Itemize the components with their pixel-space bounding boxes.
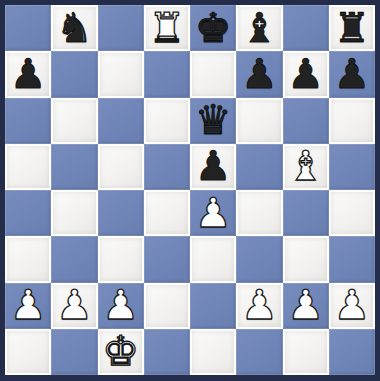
square-g7[interactable]: ♟ bbox=[283, 51, 329, 97]
square-h7[interactable]: ♟ bbox=[329, 51, 375, 97]
square-e8[interactable]: ♚ bbox=[190, 5, 236, 51]
piece-white-pawn[interactable]: ♟ bbox=[283, 283, 329, 329]
square-f2[interactable]: ♟ bbox=[236, 283, 282, 329]
square-f6[interactable] bbox=[236, 98, 282, 144]
square-a7[interactable]: ♟ bbox=[5, 51, 51, 97]
square-f4[interactable] bbox=[236, 190, 282, 236]
square-a5[interactable] bbox=[5, 144, 51, 190]
square-d8[interactable]: ♜ bbox=[144, 5, 190, 51]
square-h6[interactable] bbox=[329, 98, 375, 144]
square-c3[interactable] bbox=[98, 236, 144, 282]
square-b3[interactable] bbox=[51, 236, 97, 282]
square-a4[interactable] bbox=[5, 190, 51, 236]
square-e2[interactable] bbox=[190, 283, 236, 329]
square-h8[interactable]: ♜ bbox=[329, 5, 375, 51]
square-d7[interactable] bbox=[144, 51, 190, 97]
square-c7[interactable] bbox=[98, 51, 144, 97]
square-b8[interactable]: ♞ bbox=[51, 5, 97, 51]
square-a3[interactable] bbox=[5, 236, 51, 282]
square-c5[interactable] bbox=[98, 144, 144, 190]
piece-white-pawn[interactable]: ♟ bbox=[236, 283, 282, 329]
piece-black-pawn[interactable]: ♟ bbox=[5, 51, 51, 97]
square-b2[interactable]: ♟ bbox=[51, 283, 97, 329]
square-g3[interactable] bbox=[283, 236, 329, 282]
square-e6[interactable]: ♛ bbox=[190, 98, 236, 144]
square-d2[interactable] bbox=[144, 283, 190, 329]
square-b7[interactable] bbox=[51, 51, 97, 97]
square-c6[interactable] bbox=[98, 98, 144, 144]
square-h1[interactable] bbox=[329, 329, 375, 375]
piece-white-pawn[interactable]: ♟ bbox=[98, 283, 144, 329]
square-a2[interactable]: ♟ bbox=[5, 283, 51, 329]
square-e7[interactable] bbox=[190, 51, 236, 97]
square-h3[interactable] bbox=[329, 236, 375, 282]
square-e4[interactable]: ♟ bbox=[190, 190, 236, 236]
piece-white-bishop[interactable]: ♝ bbox=[283, 144, 329, 190]
square-f5[interactable] bbox=[236, 144, 282, 190]
square-e5[interactable]: ♟ bbox=[190, 144, 236, 190]
square-h4[interactable] bbox=[329, 190, 375, 236]
chess-board: ♞♜♚♝♜♟♟♟♟♛♟♝♟♟♟♟♟♟♟♚ bbox=[5, 5, 375, 375]
square-b6[interactable] bbox=[51, 98, 97, 144]
square-f1[interactable] bbox=[236, 329, 282, 375]
piece-black-rook[interactable]: ♜ bbox=[329, 5, 375, 51]
square-b1[interactable] bbox=[51, 329, 97, 375]
square-a8[interactable] bbox=[5, 5, 51, 51]
square-b4[interactable] bbox=[51, 190, 97, 236]
square-g1[interactable] bbox=[283, 329, 329, 375]
square-d3[interactable] bbox=[144, 236, 190, 282]
square-f8[interactable]: ♝ bbox=[236, 5, 282, 51]
piece-white-pawn[interactable]: ♟ bbox=[5, 283, 51, 329]
square-b5[interactable] bbox=[51, 144, 97, 190]
square-g6[interactable] bbox=[283, 98, 329, 144]
square-d4[interactable] bbox=[144, 190, 190, 236]
square-f3[interactable] bbox=[236, 236, 282, 282]
square-e3[interactable] bbox=[190, 236, 236, 282]
square-h2[interactable]: ♟ bbox=[329, 283, 375, 329]
square-g8[interactable] bbox=[283, 5, 329, 51]
square-c2[interactable]: ♟ bbox=[98, 283, 144, 329]
piece-black-pawn[interactable]: ♟ bbox=[329, 51, 375, 97]
piece-white-king[interactable]: ♚ bbox=[98, 329, 144, 375]
square-d1[interactable] bbox=[144, 329, 190, 375]
chess-board-frame: ♞♜♚♝♜♟♟♟♟♛♟♝♟♟♟♟♟♟♟♚ bbox=[0, 0, 380, 381]
square-g5[interactable]: ♝ bbox=[283, 144, 329, 190]
square-c1[interactable]: ♚ bbox=[98, 329, 144, 375]
piece-black-king[interactable]: ♚ bbox=[190, 5, 236, 51]
square-a6[interactable] bbox=[5, 98, 51, 144]
piece-black-pawn[interactable]: ♟ bbox=[190, 144, 236, 190]
piece-black-knight[interactable]: ♞ bbox=[51, 5, 97, 51]
piece-white-rook[interactable]: ♜ bbox=[144, 5, 190, 51]
square-a1[interactable] bbox=[5, 329, 51, 375]
piece-white-pawn[interactable]: ♟ bbox=[51, 283, 97, 329]
piece-white-pawn[interactable]: ♟ bbox=[329, 283, 375, 329]
square-g4[interactable] bbox=[283, 190, 329, 236]
piece-white-pawn[interactable]: ♟ bbox=[190, 190, 236, 236]
square-h5[interactable] bbox=[329, 144, 375, 190]
square-f7[interactable]: ♟ bbox=[236, 51, 282, 97]
piece-black-queen[interactable]: ♛ bbox=[190, 98, 236, 144]
square-d6[interactable] bbox=[144, 98, 190, 144]
piece-black-pawn[interactable]: ♟ bbox=[283, 51, 329, 97]
square-c8[interactable] bbox=[98, 5, 144, 51]
piece-black-pawn[interactable]: ♟ bbox=[236, 51, 282, 97]
piece-black-bishop[interactable]: ♝ bbox=[236, 5, 282, 51]
square-c4[interactable] bbox=[98, 190, 144, 236]
square-d5[interactable] bbox=[144, 144, 190, 190]
square-g2[interactable]: ♟ bbox=[283, 283, 329, 329]
square-e1[interactable] bbox=[190, 329, 236, 375]
